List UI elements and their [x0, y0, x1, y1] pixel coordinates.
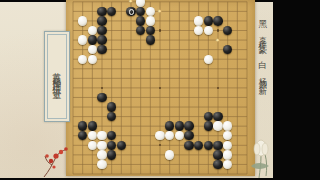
white-stone	[97, 150, 106, 159]
white-stone	[213, 121, 222, 130]
black-stone	[213, 16, 222, 25]
white-stone	[88, 26, 97, 35]
white-stone	[88, 55, 97, 64]
white-stone	[97, 131, 106, 140]
black-stone	[146, 26, 155, 35]
white-stone	[204, 55, 213, 64]
black-stone	[184, 141, 193, 150]
white-stone	[155, 131, 164, 140]
star-point	[217, 29, 219, 31]
white-stone	[223, 121, 232, 130]
players-panel: 黑 辜梓豪 白 杨鼎新	[254, 13, 272, 153]
black-stone	[126, 7, 135, 16]
black-stone	[97, 7, 106, 16]
white-stone	[97, 141, 106, 150]
black-stone	[136, 16, 145, 25]
star-point	[159, 29, 161, 31]
go-board: ✦✦✦	[66, 0, 255, 176]
sparkle-icon: ✦	[216, 38, 220, 43]
black-stone	[78, 121, 87, 130]
white-stone	[78, 35, 87, 44]
black-stone	[213, 112, 222, 121]
black-stone	[97, 93, 106, 102]
black-stone	[117, 141, 126, 150]
black-stone	[213, 150, 222, 159]
black-stone	[97, 16, 106, 25]
white-stone	[194, 16, 203, 25]
black-stone	[97, 26, 106, 35]
black-stone	[97, 45, 106, 54]
black-stone	[213, 141, 222, 150]
title-label-box: 黄鹤楼围棋讲堂	[44, 31, 70, 122]
black-stone	[146, 35, 155, 44]
sparkle-icon: ✦	[158, 9, 162, 14]
black-stone	[88, 35, 97, 44]
black-stone	[204, 16, 213, 25]
white-stone	[97, 160, 106, 169]
black-stone	[107, 102, 116, 111]
white-stone	[78, 16, 87, 25]
white-stone	[146, 16, 155, 25]
black-stone	[204, 141, 213, 150]
video-frame: 黄鹤楼围棋讲堂 ✦✦✦ 黑 辜梓豪 白 杨鼎新	[0, 0, 320, 180]
black-stone	[184, 131, 193, 140]
plum-blossom-decoration	[40, 143, 72, 178]
sparkle-icon: ✦	[129, 0, 133, 4]
players-text: 黑 辜梓豪 白 杨鼎新	[259, 13, 268, 153]
white-stone	[165, 150, 174, 159]
white-stone	[88, 141, 97, 150]
white-stone	[146, 7, 155, 16]
black-stone	[175, 121, 184, 130]
black-stone	[204, 121, 213, 130]
black-stone	[107, 150, 116, 159]
last-move-marker	[129, 9, 134, 14]
black-stone	[165, 121, 174, 130]
black-stone	[184, 121, 193, 130]
black-stone	[213, 160, 222, 169]
title-text: 黄鹤楼围棋讲堂	[53, 66, 62, 87]
white-stone	[223, 150, 232, 159]
black-stone	[88, 121, 97, 130]
white-stone	[204, 26, 213, 35]
black-stone	[97, 35, 106, 44]
